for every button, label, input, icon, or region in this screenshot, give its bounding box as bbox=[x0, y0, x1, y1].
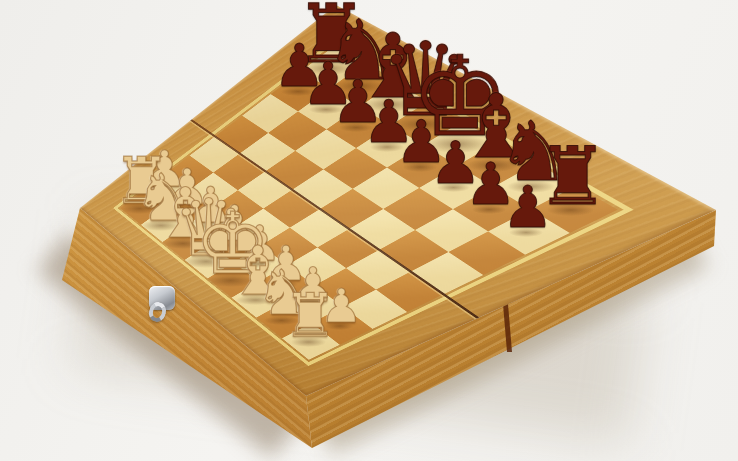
chess-set-photo: ♜♞♝♛♚♝♞♜♟♟♟♟♟♟♟♟♟♟♟♟♟♟♟♟♜♞♝♛♚♝♞♜ bbox=[0, 0, 738, 461]
